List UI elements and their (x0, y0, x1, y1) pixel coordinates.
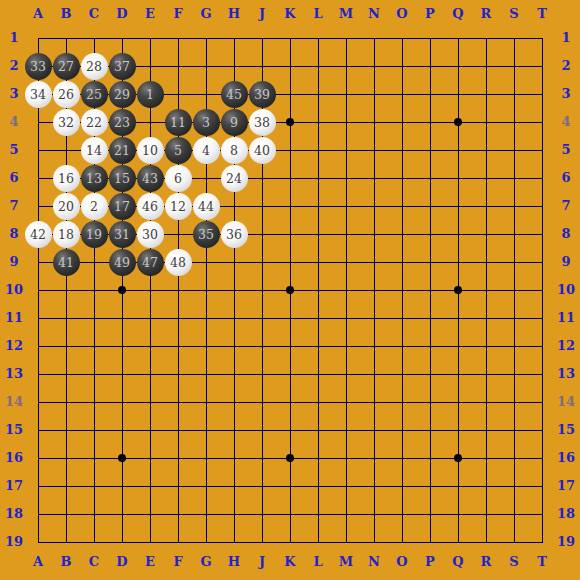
intersection-J10[interactable] (248, 276, 276, 304)
intersection-Q7[interactable] (444, 192, 472, 220)
intersection-O3[interactable] (388, 80, 416, 108)
intersection-T3[interactable] (528, 80, 556, 108)
intersection-T6[interactable] (528, 164, 556, 192)
intersection-R13[interactable] (472, 360, 500, 388)
intersection-M9[interactable] (332, 248, 360, 276)
intersection-T13[interactable] (528, 360, 556, 388)
intersection-A9[interactable] (24, 248, 52, 276)
intersection-K18[interactable] (276, 500, 304, 528)
intersection-R17[interactable] (472, 472, 500, 500)
intersection-M15[interactable] (332, 416, 360, 444)
intersection-E12[interactable] (136, 332, 164, 360)
intersection-G18[interactable] (192, 500, 220, 528)
intersection-R3[interactable] (472, 80, 500, 108)
intersection-F11[interactable] (164, 304, 192, 332)
intersection-P3[interactable] (416, 80, 444, 108)
intersection-L9[interactable] (304, 248, 332, 276)
intersection-F16[interactable] (164, 444, 192, 472)
intersection-Q17[interactable] (444, 472, 472, 500)
intersection-R9[interactable] (472, 248, 500, 276)
intersection-C15[interactable] (80, 416, 108, 444)
intersection-L3[interactable] (304, 80, 332, 108)
intersection-O15[interactable] (388, 416, 416, 444)
intersection-P19[interactable] (416, 528, 444, 556)
intersection-H9[interactable] (220, 248, 248, 276)
intersection-H2[interactable] (220, 52, 248, 80)
intersection-H1[interactable] (220, 24, 248, 52)
intersection-G14[interactable] (192, 388, 220, 416)
intersection-O19[interactable] (388, 528, 416, 556)
intersection-S19[interactable] (500, 528, 528, 556)
intersection-L12[interactable] (304, 332, 332, 360)
intersection-D13[interactable] (108, 360, 136, 388)
intersection-K16[interactable] (276, 444, 304, 472)
intersection-S11[interactable] (500, 304, 528, 332)
intersection-D17[interactable] (108, 472, 136, 500)
intersection-M13[interactable] (332, 360, 360, 388)
intersection-S5[interactable] (500, 136, 528, 164)
intersection-P9[interactable] (416, 248, 444, 276)
intersection-G5[interactable]: 4 (192, 136, 220, 164)
intersection-D7[interactable]: 17 (108, 192, 136, 220)
intersection-G1[interactable] (192, 24, 220, 52)
intersection-C4[interactable]: 22 (80, 108, 108, 136)
intersection-P12[interactable] (416, 332, 444, 360)
intersection-M19[interactable] (332, 528, 360, 556)
intersection-G2[interactable] (192, 52, 220, 80)
intersection-N6[interactable] (360, 164, 388, 192)
intersection-B13[interactable] (52, 360, 80, 388)
intersection-A5[interactable] (24, 136, 52, 164)
intersection-N13[interactable] (360, 360, 388, 388)
intersection-E8[interactable]: 30 (136, 220, 164, 248)
intersection-T15[interactable] (528, 416, 556, 444)
intersection-A13[interactable] (24, 360, 52, 388)
intersection-A14[interactable] (24, 388, 52, 416)
intersection-N15[interactable] (360, 416, 388, 444)
intersection-Q6[interactable] (444, 164, 472, 192)
intersection-B12[interactable] (52, 332, 80, 360)
intersection-F6[interactable]: 6 (164, 164, 192, 192)
intersection-H8[interactable]: 36 (220, 220, 248, 248)
intersection-T19[interactable] (528, 528, 556, 556)
intersection-B14[interactable] (52, 388, 80, 416)
intersection-D3[interactable]: 29 (108, 80, 136, 108)
intersection-J2[interactable] (248, 52, 276, 80)
intersection-Q15[interactable] (444, 416, 472, 444)
intersection-O7[interactable] (388, 192, 416, 220)
intersection-L8[interactable] (304, 220, 332, 248)
intersection-L11[interactable] (304, 304, 332, 332)
intersection-E17[interactable] (136, 472, 164, 500)
intersection-A11[interactable] (24, 304, 52, 332)
intersection-J17[interactable] (248, 472, 276, 500)
intersection-F2[interactable] (164, 52, 192, 80)
intersection-N3[interactable] (360, 80, 388, 108)
intersection-T8[interactable] (528, 220, 556, 248)
intersection-R5[interactable] (472, 136, 500, 164)
intersection-D18[interactable] (108, 500, 136, 528)
intersection-F9[interactable]: 48 (164, 248, 192, 276)
intersection-J14[interactable] (248, 388, 276, 416)
intersection-P14[interactable] (416, 388, 444, 416)
intersection-D10[interactable] (108, 276, 136, 304)
intersection-G12[interactable] (192, 332, 220, 360)
intersection-G4[interactable]: 3 (192, 108, 220, 136)
intersection-S10[interactable] (500, 276, 528, 304)
intersection-N8[interactable] (360, 220, 388, 248)
intersection-E10[interactable] (136, 276, 164, 304)
intersection-H14[interactable] (220, 388, 248, 416)
intersection-R4[interactable] (472, 108, 500, 136)
intersection-R11[interactable] (472, 304, 500, 332)
intersection-S12[interactable] (500, 332, 528, 360)
intersection-T16[interactable] (528, 444, 556, 472)
intersection-J5[interactable]: 40 (248, 136, 276, 164)
intersection-M1[interactable] (332, 24, 360, 52)
intersection-J3[interactable]: 39 (248, 80, 276, 108)
intersection-J19[interactable] (248, 528, 276, 556)
intersection-G13[interactable] (192, 360, 220, 388)
intersection-G7[interactable]: 44 (192, 192, 220, 220)
intersection-S6[interactable] (500, 164, 528, 192)
intersection-P17[interactable] (416, 472, 444, 500)
intersection-M10[interactable] (332, 276, 360, 304)
intersection-B19[interactable] (52, 528, 80, 556)
intersection-E2[interactable] (136, 52, 164, 80)
intersection-P18[interactable] (416, 500, 444, 528)
intersection-O16[interactable] (388, 444, 416, 472)
intersection-Q10[interactable] (444, 276, 472, 304)
intersection-C9[interactable] (80, 248, 108, 276)
intersection-S16[interactable] (500, 444, 528, 472)
intersection-F4[interactable]: 11 (164, 108, 192, 136)
intersection-N2[interactable] (360, 52, 388, 80)
intersection-C16[interactable] (80, 444, 108, 472)
intersection-A16[interactable] (24, 444, 52, 472)
intersection-E1[interactable] (136, 24, 164, 52)
intersection-P13[interactable] (416, 360, 444, 388)
intersection-B11[interactable] (52, 304, 80, 332)
intersection-K17[interactable] (276, 472, 304, 500)
intersection-O12[interactable] (388, 332, 416, 360)
intersection-H11[interactable] (220, 304, 248, 332)
intersection-N7[interactable] (360, 192, 388, 220)
intersection-N19[interactable] (360, 528, 388, 556)
intersection-F10[interactable] (164, 276, 192, 304)
intersection-O18[interactable] (388, 500, 416, 528)
intersection-H17[interactable] (220, 472, 248, 500)
intersection-M7[interactable] (332, 192, 360, 220)
intersection-N16[interactable] (360, 444, 388, 472)
intersection-K15[interactable] (276, 416, 304, 444)
intersection-B15[interactable] (52, 416, 80, 444)
intersection-J11[interactable] (248, 304, 276, 332)
intersection-H15[interactable] (220, 416, 248, 444)
intersection-H12[interactable] (220, 332, 248, 360)
intersection-J1[interactable] (248, 24, 276, 52)
intersection-B9[interactable]: 41 (52, 248, 80, 276)
intersection-S18[interactable] (500, 500, 528, 528)
intersection-E19[interactable] (136, 528, 164, 556)
intersection-K8[interactable] (276, 220, 304, 248)
intersection-F5[interactable]: 5 (164, 136, 192, 164)
intersection-P7[interactable] (416, 192, 444, 220)
intersection-C1[interactable] (80, 24, 108, 52)
intersection-D15[interactable] (108, 416, 136, 444)
intersection-M6[interactable] (332, 164, 360, 192)
intersection-K9[interactable] (276, 248, 304, 276)
intersection-L1[interactable] (304, 24, 332, 52)
intersection-Q19[interactable] (444, 528, 472, 556)
intersection-D11[interactable] (108, 304, 136, 332)
intersection-H4[interactable]: 9 (220, 108, 248, 136)
intersection-N12[interactable] (360, 332, 388, 360)
intersection-N1[interactable] (360, 24, 388, 52)
intersection-G16[interactable] (192, 444, 220, 472)
intersection-E4[interactable] (136, 108, 164, 136)
intersection-Q8[interactable] (444, 220, 472, 248)
intersection-Q2[interactable] (444, 52, 472, 80)
intersection-M4[interactable] (332, 108, 360, 136)
intersection-Q9[interactable] (444, 248, 472, 276)
intersection-P2[interactable] (416, 52, 444, 80)
intersection-P10[interactable] (416, 276, 444, 304)
intersection-B8[interactable]: 18 (52, 220, 80, 248)
intersection-Q18[interactable] (444, 500, 472, 528)
intersection-K1[interactable] (276, 24, 304, 52)
intersection-H3[interactable]: 45 (220, 80, 248, 108)
intersection-T17[interactable] (528, 472, 556, 500)
intersection-E13[interactable] (136, 360, 164, 388)
intersection-D16[interactable] (108, 444, 136, 472)
intersection-S17[interactable] (500, 472, 528, 500)
intersection-J12[interactable] (248, 332, 276, 360)
intersection-K19[interactable] (276, 528, 304, 556)
intersection-A8[interactable]: 42 (24, 220, 52, 248)
intersection-R14[interactable] (472, 388, 500, 416)
intersection-F19[interactable] (164, 528, 192, 556)
intersection-A19[interactable] (24, 528, 52, 556)
intersection-F8[interactable] (164, 220, 192, 248)
intersection-O13[interactable] (388, 360, 416, 388)
intersection-K2[interactable] (276, 52, 304, 80)
intersection-S4[interactable] (500, 108, 528, 136)
intersection-H10[interactable] (220, 276, 248, 304)
intersection-B17[interactable] (52, 472, 80, 500)
intersection-O1[interactable] (388, 24, 416, 52)
intersection-J16[interactable] (248, 444, 276, 472)
intersection-O8[interactable] (388, 220, 416, 248)
intersection-C11[interactable] (80, 304, 108, 332)
intersection-T1[interactable] (528, 24, 556, 52)
intersection-H13[interactable] (220, 360, 248, 388)
intersection-Q1[interactable] (444, 24, 472, 52)
intersection-Q14[interactable] (444, 388, 472, 416)
intersection-G10[interactable] (192, 276, 220, 304)
intersection-K13[interactable] (276, 360, 304, 388)
intersection-A4[interactable] (24, 108, 52, 136)
intersection-L10[interactable] (304, 276, 332, 304)
intersection-M17[interactable] (332, 472, 360, 500)
intersection-S3[interactable] (500, 80, 528, 108)
intersection-R19[interactable] (472, 528, 500, 556)
intersection-B4[interactable]: 32 (52, 108, 80, 136)
intersection-G19[interactable] (192, 528, 220, 556)
intersection-P8[interactable] (416, 220, 444, 248)
intersection-P11[interactable] (416, 304, 444, 332)
intersection-B6[interactable]: 16 (52, 164, 80, 192)
intersection-S9[interactable] (500, 248, 528, 276)
intersection-K4[interactable] (276, 108, 304, 136)
intersection-O11[interactable] (388, 304, 416, 332)
intersection-N14[interactable] (360, 388, 388, 416)
intersection-C14[interactable] (80, 388, 108, 416)
intersection-O14[interactable] (388, 388, 416, 416)
intersection-P4[interactable] (416, 108, 444, 136)
intersection-D12[interactable] (108, 332, 136, 360)
intersection-E3[interactable]: 1 (136, 80, 164, 108)
intersection-D2[interactable]: 37 (108, 52, 136, 80)
intersection-P16[interactable] (416, 444, 444, 472)
intersection-M16[interactable] (332, 444, 360, 472)
intersection-M8[interactable] (332, 220, 360, 248)
intersection-A10[interactable] (24, 276, 52, 304)
intersection-R1[interactable] (472, 24, 500, 52)
intersection-E18[interactable] (136, 500, 164, 528)
intersection-E5[interactable]: 10 (136, 136, 164, 164)
intersection-M2[interactable] (332, 52, 360, 80)
intersection-L2[interactable] (304, 52, 332, 80)
intersection-B10[interactable] (52, 276, 80, 304)
intersection-J4[interactable]: 38 (248, 108, 276, 136)
intersection-M12[interactable] (332, 332, 360, 360)
intersection-F1[interactable] (164, 24, 192, 52)
intersection-C18[interactable] (80, 500, 108, 528)
intersection-T10[interactable] (528, 276, 556, 304)
intersection-T7[interactable] (528, 192, 556, 220)
intersection-N4[interactable] (360, 108, 388, 136)
intersection-M5[interactable] (332, 136, 360, 164)
intersection-N9[interactable] (360, 248, 388, 276)
intersection-H18[interactable] (220, 500, 248, 528)
intersection-G8[interactable]: 35 (192, 220, 220, 248)
intersection-C10[interactable] (80, 276, 108, 304)
intersection-R8[interactable] (472, 220, 500, 248)
intersection-R18[interactable] (472, 500, 500, 528)
intersection-T9[interactable] (528, 248, 556, 276)
intersection-K6[interactable] (276, 164, 304, 192)
intersection-F18[interactable] (164, 500, 192, 528)
intersection-K7[interactable] (276, 192, 304, 220)
intersection-C2[interactable]: 28 (80, 52, 108, 80)
intersection-L13[interactable] (304, 360, 332, 388)
intersection-D6[interactable]: 15 (108, 164, 136, 192)
intersection-R10[interactable] (472, 276, 500, 304)
intersection-S8[interactable] (500, 220, 528, 248)
intersection-A6[interactable] (24, 164, 52, 192)
intersection-D8[interactable]: 31 (108, 220, 136, 248)
intersection-K3[interactable] (276, 80, 304, 108)
intersection-C3[interactable]: 25 (80, 80, 108, 108)
intersection-L16[interactable] (304, 444, 332, 472)
intersection-A2[interactable]: 33 (24, 52, 52, 80)
intersection-O9[interactable] (388, 248, 416, 276)
intersection-M3[interactable] (332, 80, 360, 108)
intersection-E16[interactable] (136, 444, 164, 472)
intersection-A7[interactable] (24, 192, 52, 220)
intersection-Q5[interactable] (444, 136, 472, 164)
intersection-G15[interactable] (192, 416, 220, 444)
intersection-H6[interactable]: 24 (220, 164, 248, 192)
intersection-F13[interactable] (164, 360, 192, 388)
intersection-J15[interactable] (248, 416, 276, 444)
intersection-M14[interactable] (332, 388, 360, 416)
intersection-S15[interactable] (500, 416, 528, 444)
intersection-R15[interactable] (472, 416, 500, 444)
intersection-G3[interactable] (192, 80, 220, 108)
intersection-A12[interactable] (24, 332, 52, 360)
intersection-S2[interactable] (500, 52, 528, 80)
intersection-C8[interactable]: 19 (80, 220, 108, 248)
intersection-B7[interactable]: 20 (52, 192, 80, 220)
intersection-T12[interactable] (528, 332, 556, 360)
intersection-T4[interactable] (528, 108, 556, 136)
intersection-B2[interactable]: 27 (52, 52, 80, 80)
intersection-J6[interactable] (248, 164, 276, 192)
intersection-G6[interactable] (192, 164, 220, 192)
intersection-K5[interactable] (276, 136, 304, 164)
intersection-T14[interactable] (528, 388, 556, 416)
intersection-N10[interactable] (360, 276, 388, 304)
intersection-A1[interactable] (24, 24, 52, 52)
intersection-R12[interactable] (472, 332, 500, 360)
intersection-L5[interactable] (304, 136, 332, 164)
intersection-D5[interactable]: 21 (108, 136, 136, 164)
intersection-D14[interactable] (108, 388, 136, 416)
intersection-B18[interactable] (52, 500, 80, 528)
intersection-N5[interactable] (360, 136, 388, 164)
intersection-D19[interactable] (108, 528, 136, 556)
intersection-F15[interactable] (164, 416, 192, 444)
intersection-C17[interactable] (80, 472, 108, 500)
intersection-J7[interactable] (248, 192, 276, 220)
intersection-N17[interactable] (360, 472, 388, 500)
intersection-J9[interactable] (248, 248, 276, 276)
intersection-Q13[interactable] (444, 360, 472, 388)
intersection-R6[interactable] (472, 164, 500, 192)
intersection-F3[interactable] (164, 80, 192, 108)
intersection-A3[interactable]: 34 (24, 80, 52, 108)
intersection-E11[interactable] (136, 304, 164, 332)
intersection-A15[interactable] (24, 416, 52, 444)
intersection-Q16[interactable] (444, 444, 472, 472)
intersection-L18[interactable] (304, 500, 332, 528)
intersection-B5[interactable] (52, 136, 80, 164)
intersection-A18[interactable] (24, 500, 52, 528)
intersection-C5[interactable]: 14 (80, 136, 108, 164)
intersection-K11[interactable] (276, 304, 304, 332)
intersection-C13[interactable] (80, 360, 108, 388)
intersection-E7[interactable]: 46 (136, 192, 164, 220)
intersection-L17[interactable] (304, 472, 332, 500)
intersection-T5[interactable] (528, 136, 556, 164)
intersection-K12[interactable] (276, 332, 304, 360)
intersection-B16[interactable] (52, 444, 80, 472)
intersection-O17[interactable] (388, 472, 416, 500)
intersection-N18[interactable] (360, 500, 388, 528)
intersection-C6[interactable]: 13 (80, 164, 108, 192)
